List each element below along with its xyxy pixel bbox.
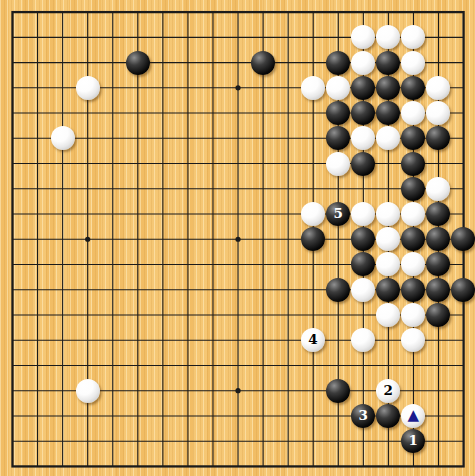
intersection: [376, 302, 401, 327]
intersection: [351, 151, 376, 176]
stone-black[interactable]: [376, 51, 400, 75]
intersection: [326, 151, 351, 176]
stone-black[interactable]: [376, 404, 400, 428]
stone-white[interactable]: [351, 51, 375, 75]
stone-black[interactable]: [376, 101, 400, 125]
intersection: [426, 252, 451, 277]
intersection: [426, 75, 451, 100]
stone-white[interactable]: [426, 76, 450, 100]
stone-black[interactable]: [126, 51, 150, 75]
intersection: [401, 176, 426, 201]
stone-black[interactable]: [401, 177, 425, 201]
stone-black[interactable]: [301, 227, 325, 251]
intersection: [401, 328, 426, 353]
go-board[interactable]: 5423▲1: [0, 0, 475, 476]
intersection: 1: [401, 428, 426, 453]
intersection: [376, 25, 401, 50]
stone-black[interactable]: [401, 126, 425, 150]
stone-white[interactable]: [351, 25, 375, 49]
stone-black[interactable]: [451, 227, 475, 251]
move-label-1: 1: [409, 434, 418, 448]
intersection: [426, 277, 451, 302]
intersection: [426, 100, 451, 125]
stone-white[interactable]: 2: [376, 379, 400, 403]
stone-white[interactable]: [401, 252, 425, 276]
intersection: [351, 50, 376, 75]
stone-black[interactable]: [426, 227, 450, 251]
intersection: [250, 50, 275, 75]
go-board-screenshot: 5423▲1: [0, 0, 475, 476]
intersection: [376, 403, 401, 428]
intersection: [326, 126, 351, 151]
intersection: ▲: [401, 403, 426, 428]
intersection: [376, 100, 401, 125]
intersection: [301, 201, 326, 226]
move-label-3: 3: [358, 409, 367, 423]
intersection: [376, 277, 401, 302]
intersection: [326, 50, 351, 75]
intersection: [401, 252, 426, 277]
stone-white[interactable]: [351, 278, 375, 302]
stone-white[interactable]: [401, 101, 425, 125]
intersection: [401, 50, 426, 75]
intersection: [351, 126, 376, 151]
stone-black[interactable]: [351, 252, 375, 276]
stone-black[interactable]: 1: [401, 429, 425, 453]
stone-black[interactable]: [351, 76, 375, 100]
stone-white[interactable]: [301, 76, 325, 100]
intersection: 5: [326, 201, 351, 226]
intersection: [301, 75, 326, 100]
stone-black[interactable]: [401, 227, 425, 251]
intersection: [351, 227, 376, 252]
intersection: [401, 25, 426, 50]
intersection: [401, 75, 426, 100]
stone-white[interactable]: [376, 252, 400, 276]
intersection: [426, 176, 451, 201]
intersection: [401, 201, 426, 226]
stone-black[interactable]: [451, 278, 475, 302]
stone-white[interactable]: [401, 51, 425, 75]
stone-white[interactable]: ▲: [401, 404, 425, 428]
intersection: [401, 227, 426, 252]
intersection: [426, 302, 451, 327]
intersection: [326, 75, 351, 100]
stone-black[interactable]: [401, 278, 425, 302]
intersection: [376, 252, 401, 277]
stone-black[interactable]: [426, 303, 450, 327]
intersection: [351, 201, 376, 226]
stone-black[interactable]: [351, 152, 375, 176]
intersection: [326, 277, 351, 302]
stone-white[interactable]: [401, 25, 425, 49]
stone-white[interactable]: [351, 126, 375, 150]
stone-black[interactable]: [426, 202, 450, 226]
stone-black[interactable]: [401, 152, 425, 176]
stone-white[interactable]: [426, 101, 450, 125]
stone-black[interactable]: [326, 278, 350, 302]
intersection: [351, 277, 376, 302]
intersection: [351, 75, 376, 100]
stone-white[interactable]: [301, 202, 325, 226]
stone-white[interactable]: [376, 126, 400, 150]
move-label-4: 4: [308, 333, 317, 347]
stone-white[interactable]: [76, 76, 100, 100]
intersection: [426, 227, 451, 252]
stone-white[interactable]: [326, 76, 350, 100]
stone-black[interactable]: [376, 278, 400, 302]
stone-black[interactable]: [376, 76, 400, 100]
intersection: 4: [301, 328, 326, 353]
stone-white[interactable]: [376, 202, 400, 226]
intersection: [351, 252, 376, 277]
intersection: [351, 25, 376, 50]
stone-white[interactable]: [376, 303, 400, 327]
intersection: [301, 227, 326, 252]
stone-white[interactable]: [401, 202, 425, 226]
triangle-marker-icon: ▲: [407, 408, 419, 423]
stone-black[interactable]: [426, 126, 450, 150]
intersection: [401, 302, 426, 327]
stone-white[interactable]: [51, 126, 75, 150]
intersection: [401, 277, 426, 302]
move-label-2: 2: [384, 384, 393, 398]
stone-black[interactable]: [326, 51, 350, 75]
stone-white[interactable]: [401, 328, 425, 352]
intersection: [401, 126, 426, 151]
intersection: [75, 75, 100, 100]
stone-black[interactable]: [351, 101, 375, 125]
intersection: [426, 126, 451, 151]
stone-black[interactable]: [351, 227, 375, 251]
intersection: [401, 100, 426, 125]
intersection: [50, 126, 75, 151]
intersection: 2: [376, 378, 401, 403]
intersection: [376, 126, 401, 151]
intersection: [401, 151, 426, 176]
stone-black[interactable]: [426, 278, 450, 302]
intersection: [75, 378, 100, 403]
intersection: [326, 100, 351, 125]
stone-black[interactable]: [251, 51, 275, 75]
intersection: [376, 75, 401, 100]
intersection: [125, 50, 150, 75]
stone-black[interactable]: 5: [326, 202, 350, 226]
stone-white[interactable]: 4: [301, 328, 325, 352]
intersection: [351, 100, 376, 125]
intersection: 3: [351, 403, 376, 428]
stone-white[interactable]: [351, 328, 375, 352]
intersection: [351, 328, 376, 353]
stone-white[interactable]: [376, 227, 400, 251]
stone-black[interactable]: [426, 252, 450, 276]
intersection: [376, 50, 401, 75]
intersection: [376, 227, 401, 252]
stones-layer: 5423▲1: [0, 0, 475, 476]
intersection: [451, 277, 475, 302]
stone-white[interactable]: [376, 25, 400, 49]
stone-white[interactable]: [326, 152, 350, 176]
stone-white[interactable]: [426, 177, 450, 201]
intersection: [426, 201, 451, 226]
stone-white[interactable]: [401, 303, 425, 327]
stone-black[interactable]: [326, 101, 350, 125]
stone-black[interactable]: 3: [351, 404, 375, 428]
intersection: [326, 378, 351, 403]
stone-white[interactable]: [351, 202, 375, 226]
intersection: [451, 227, 475, 252]
move-label-5: 5: [333, 207, 342, 221]
stone-black[interactable]: [401, 76, 425, 100]
stone-black[interactable]: [326, 379, 350, 403]
intersection: [376, 201, 401, 226]
stone-white[interactable]: [76, 379, 100, 403]
stone-black[interactable]: [326, 126, 350, 150]
